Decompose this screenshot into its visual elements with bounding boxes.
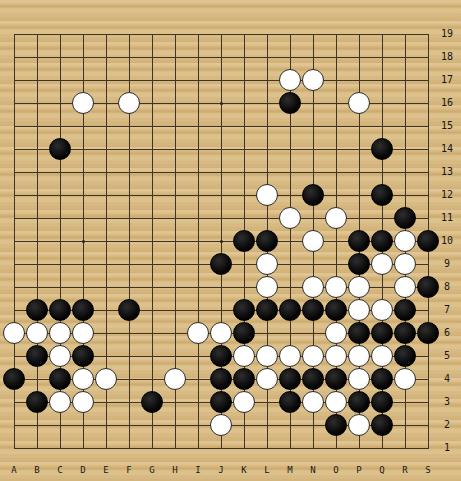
black-stone bbox=[233, 368, 255, 390]
row-label: 11 bbox=[436, 212, 458, 224]
row-label: 18 bbox=[436, 51, 458, 63]
white-stone bbox=[49, 391, 71, 413]
row-label: 1 bbox=[436, 442, 458, 454]
black-stone bbox=[279, 368, 301, 390]
white-stone bbox=[325, 391, 347, 413]
black-stone bbox=[210, 391, 232, 413]
black-stone bbox=[210, 253, 232, 275]
row-label: 14 bbox=[436, 143, 458, 155]
white-stone bbox=[325, 322, 347, 344]
black-stone bbox=[371, 184, 393, 206]
black-stone bbox=[302, 184, 324, 206]
star-point bbox=[220, 102, 223, 105]
white-stone bbox=[394, 276, 416, 298]
black-stone bbox=[348, 322, 370, 344]
white-stone bbox=[210, 322, 232, 344]
white-stone bbox=[49, 322, 71, 344]
black-stone bbox=[72, 345, 94, 367]
column-label: S bbox=[421, 464, 435, 476]
star-point bbox=[82, 240, 85, 243]
black-stone bbox=[233, 322, 255, 344]
white-stone bbox=[279, 345, 301, 367]
white-stone bbox=[256, 276, 278, 298]
black-stone bbox=[49, 138, 71, 160]
row-label: 7 bbox=[436, 304, 458, 316]
column-label: M bbox=[283, 464, 297, 476]
white-stone bbox=[302, 391, 324, 413]
black-stone bbox=[256, 230, 278, 252]
white-stone bbox=[256, 345, 278, 367]
white-stone bbox=[49, 345, 71, 367]
row-label: 5 bbox=[436, 350, 458, 362]
column-label: B bbox=[30, 464, 44, 476]
black-stone bbox=[279, 299, 301, 321]
white-stone bbox=[348, 414, 370, 436]
white-stone bbox=[72, 92, 94, 114]
column-label: Q bbox=[375, 464, 389, 476]
white-stone bbox=[394, 368, 416, 390]
column-label: E bbox=[99, 464, 113, 476]
column-label: K bbox=[237, 464, 251, 476]
white-stone bbox=[256, 253, 278, 275]
row-label: 10 bbox=[436, 235, 458, 247]
white-stone bbox=[164, 368, 186, 390]
white-stone bbox=[72, 368, 94, 390]
white-stone bbox=[256, 184, 278, 206]
black-stone bbox=[394, 345, 416, 367]
row-label: 15 bbox=[436, 120, 458, 132]
white-stone bbox=[302, 69, 324, 91]
white-stone bbox=[279, 69, 301, 91]
white-stone bbox=[348, 299, 370, 321]
black-stone bbox=[26, 391, 48, 413]
white-stone bbox=[72, 322, 94, 344]
white-stone bbox=[187, 322, 209, 344]
column-label: O bbox=[329, 464, 343, 476]
white-stone bbox=[348, 345, 370, 367]
black-stone bbox=[210, 345, 232, 367]
column-label: L bbox=[260, 464, 274, 476]
column-label: R bbox=[398, 464, 412, 476]
black-stone bbox=[371, 322, 393, 344]
white-stone bbox=[348, 276, 370, 298]
white-stone bbox=[394, 230, 416, 252]
white-stone bbox=[302, 345, 324, 367]
white-stone bbox=[26, 322, 48, 344]
white-stone bbox=[95, 368, 117, 390]
row-label: 8 bbox=[436, 281, 458, 293]
white-stone bbox=[3, 322, 25, 344]
black-stone bbox=[371, 391, 393, 413]
row-label: 9 bbox=[436, 258, 458, 270]
white-stone bbox=[302, 230, 324, 252]
black-stone bbox=[394, 322, 416, 344]
black-stone bbox=[210, 368, 232, 390]
black-stone bbox=[348, 230, 370, 252]
black-stone bbox=[302, 368, 324, 390]
white-stone bbox=[348, 92, 370, 114]
white-stone bbox=[210, 414, 232, 436]
black-stone bbox=[233, 230, 255, 252]
column-label: N bbox=[306, 464, 320, 476]
black-stone bbox=[256, 299, 278, 321]
row-label: 2 bbox=[436, 419, 458, 431]
row-label: 16 bbox=[436, 97, 458, 109]
column-label: P bbox=[352, 464, 366, 476]
white-stone bbox=[256, 368, 278, 390]
black-stone bbox=[371, 230, 393, 252]
black-stone bbox=[3, 368, 25, 390]
white-stone bbox=[302, 276, 324, 298]
column-label: J bbox=[214, 464, 228, 476]
black-stone bbox=[302, 299, 324, 321]
go-board[interactable]: ABCDEFGHIJKLMNOPQRS191817161514131211109… bbox=[0, 0, 461, 481]
black-stone bbox=[118, 299, 140, 321]
white-stone bbox=[371, 299, 393, 321]
white-stone bbox=[72, 391, 94, 413]
white-stone bbox=[325, 207, 347, 229]
column-label: A bbox=[7, 464, 21, 476]
black-stone bbox=[325, 368, 347, 390]
black-stone bbox=[72, 299, 94, 321]
white-stone bbox=[233, 345, 255, 367]
white-stone bbox=[371, 253, 393, 275]
column-label: D bbox=[76, 464, 90, 476]
black-stone bbox=[371, 368, 393, 390]
black-stone bbox=[325, 299, 347, 321]
black-stone bbox=[394, 207, 416, 229]
row-label: 19 bbox=[436, 28, 458, 40]
row-label: 13 bbox=[436, 166, 458, 178]
row-label: 4 bbox=[436, 373, 458, 385]
column-label: F bbox=[122, 464, 136, 476]
white-stone bbox=[394, 253, 416, 275]
white-stone bbox=[279, 207, 301, 229]
black-stone bbox=[371, 138, 393, 160]
black-stone bbox=[348, 391, 370, 413]
black-stone bbox=[141, 391, 163, 413]
white-stone bbox=[348, 368, 370, 390]
row-label: 17 bbox=[436, 74, 458, 86]
column-label: G bbox=[145, 464, 159, 476]
black-stone bbox=[26, 299, 48, 321]
black-stone bbox=[49, 368, 71, 390]
row-label: 12 bbox=[436, 189, 458, 201]
row-label: 3 bbox=[436, 396, 458, 408]
black-stone bbox=[279, 92, 301, 114]
white-stone bbox=[325, 345, 347, 367]
black-stone bbox=[371, 414, 393, 436]
black-stone bbox=[26, 345, 48, 367]
white-stone bbox=[233, 391, 255, 413]
white-stone bbox=[371, 345, 393, 367]
star-point bbox=[220, 240, 223, 243]
column-label: I bbox=[191, 464, 205, 476]
black-stone bbox=[348, 253, 370, 275]
black-stone bbox=[233, 299, 255, 321]
black-stone bbox=[394, 299, 416, 321]
column-label: H bbox=[168, 464, 182, 476]
white-stone bbox=[118, 92, 140, 114]
white-stone bbox=[325, 276, 347, 298]
black-stone bbox=[279, 391, 301, 413]
black-stone bbox=[325, 414, 347, 436]
black-stone bbox=[49, 299, 71, 321]
row-label: 6 bbox=[436, 327, 458, 339]
column-label: C bbox=[53, 464, 67, 476]
